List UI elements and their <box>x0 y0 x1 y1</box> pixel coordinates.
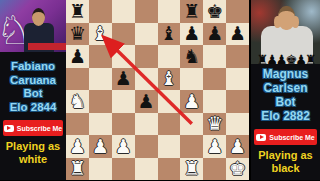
square-h2[interactable]: ♟ <box>226 135 249 158</box>
square-g7[interactable]: ♟ <box>203 23 226 46</box>
square-c8[interactable] <box>112 0 135 23</box>
piece-black-queen[interactable]: ♛ <box>69 24 86 43</box>
square-f1[interactable]: ♜ <box>180 158 203 181</box>
carlsen-right-hand <box>292 16 299 28</box>
square-d4[interactable]: ♟ <box>135 90 158 113</box>
piece-black-pawn[interactable]: ♟ <box>183 24 200 43</box>
square-d7[interactable] <box>135 23 158 46</box>
square-e1[interactable] <box>158 158 181 181</box>
white-name-line2: Caruana <box>0 74 66 88</box>
piece-black-pawn[interactable]: ♟ <box>115 69 132 88</box>
square-b5[interactable] <box>89 68 112 91</box>
square-h6[interactable] <box>226 45 249 68</box>
piece-black-knight[interactable]: ♞ <box>183 47 200 66</box>
square-a3[interactable] <box>66 113 89 136</box>
piece-white-pawn[interactable]: ♟ <box>69 137 86 156</box>
square-h4[interactable] <box>226 90 249 113</box>
piece-white-pawn[interactable]: ♟ <box>92 137 109 156</box>
white-player-name: Fabiano Caruana Bot Elo 2844 <box>0 60 66 114</box>
square-e3[interactable] <box>158 113 181 136</box>
piece-white-knight[interactable]: ♞ <box>69 92 86 111</box>
square-b4[interactable] <box>89 90 112 113</box>
black-player-panel: ♜♟♟♚♟♜ Magnus Carlsen Bot Elo 2882 Subsc… <box>249 0 320 180</box>
square-e5[interactable]: ♝ <box>158 68 181 91</box>
square-d2[interactable] <box>135 135 158 158</box>
piece-white-pawn[interactable]: ♟ <box>229 137 246 156</box>
piece-black-king[interactable]: ♚ <box>206 2 223 21</box>
square-c1[interactable] <box>112 158 135 181</box>
square-b3[interactable] <box>89 113 112 136</box>
carlsen-left-hand <box>274 16 281 28</box>
square-c5[interactable]: ♟ <box>112 68 135 91</box>
white-name-line1: Fabiano <box>0 60 66 74</box>
piece-white-bishop[interactable]: ♝ <box>92 24 109 43</box>
subscribe-label-left: Subscribe Me <box>17 125 63 132</box>
square-c2[interactable]: ♟ <box>112 135 135 158</box>
square-d5[interactable] <box>135 68 158 91</box>
square-c6[interactable] <box>112 45 135 68</box>
square-e8[interactable] <box>158 0 181 23</box>
black-name-line1: Magnus <box>251 67 320 81</box>
white-name-line3: Bot <box>0 87 66 101</box>
square-g4[interactable] <box>203 90 226 113</box>
square-b2[interactable]: ♟ <box>89 135 112 158</box>
square-e7[interactable]: ♝ <box>158 23 181 46</box>
square-d1[interactable] <box>135 158 158 181</box>
square-a8[interactable]: ♜ <box>66 0 89 23</box>
square-g2[interactable]: ♟ <box>203 135 226 158</box>
square-f8[interactable]: ♜ <box>180 0 203 23</box>
foreground-chess-pieces: ♜♟♟♚♟♜ <box>251 52 320 64</box>
square-f3[interactable] <box>180 113 203 136</box>
subscribe-label-right: Subscribe Me <box>269 134 315 141</box>
square-a7[interactable]: ♛ <box>66 23 89 46</box>
caruana-photo: ♘ <box>0 0 66 52</box>
square-b7[interactable]: ♝ <box>89 23 112 46</box>
square-b8[interactable] <box>89 0 112 23</box>
black-playing-as: Playing as black <box>251 149 320 175</box>
square-c3[interactable] <box>112 113 135 136</box>
black-name-line3: Bot <box>251 95 320 109</box>
subscribe-button-right[interactable]: Subscribe Me <box>254 129 317 145</box>
square-c7[interactable] <box>112 23 135 46</box>
piece-white-pawn[interactable]: ♟ <box>115 137 132 156</box>
piece-white-king[interactable]: ♚ <box>229 159 246 178</box>
square-h7[interactable]: ♟ <box>226 23 249 46</box>
square-f2[interactable] <box>180 135 203 158</box>
square-g6[interactable] <box>203 45 226 68</box>
chess-board-area: ♜♜♚♛♝♝♟♟♟♟♞♟♝♞♟♟♛♟♟♟♟♟♜♜♚ <box>66 0 249 180</box>
piece-white-bishop[interactable]: ♝ <box>160 69 177 88</box>
piece-black-pawn[interactable]: ♟ <box>69 47 86 66</box>
black-player-name: Magnus Carlsen Bot Elo 2882 <box>251 67 320 123</box>
chess-video-frame: ♘ Fabiano Caruana Bot Elo 2844 Subscribe… <box>0 0 320 180</box>
black-elo: Elo 2882 <box>251 109 320 123</box>
white-playing-as: Playing as white <box>0 140 66 166</box>
black-playing-as-line2: black <box>251 162 320 175</box>
piece-white-pawn[interactable]: ♟ <box>183 92 200 111</box>
piece-white-queen[interactable]: ♛ <box>206 114 223 133</box>
subscribe-button-left[interactable]: Subscribe Me <box>3 120 64 136</box>
carlsen-photo: ♜♟♟♚♟♜ <box>251 0 320 64</box>
square-f5[interactable] <box>180 68 203 91</box>
square-e2[interactable] <box>158 135 181 158</box>
square-a2[interactable]: ♟ <box>66 135 89 158</box>
square-c4[interactable] <box>112 90 135 113</box>
square-h1[interactable]: ♚ <box>226 158 249 181</box>
photo-red-banner <box>28 43 66 50</box>
piece-black-pawn[interactable]: ♟ <box>206 24 223 43</box>
youtube-play-icon <box>4 125 14 132</box>
square-h5[interactable] <box>226 68 249 91</box>
piece-white-rook[interactable]: ♜ <box>69 159 86 178</box>
caruana-face <box>32 8 45 26</box>
white-playing-as-line1: Playing as <box>0 140 66 153</box>
square-a4[interactable]: ♞ <box>66 90 89 113</box>
square-f6[interactable]: ♞ <box>180 45 203 68</box>
piece-white-pawn[interactable]: ♟ <box>206 137 223 156</box>
piece-black-rook[interactable]: ♜ <box>69 2 86 21</box>
white-player-panel: ♘ Fabiano Caruana Bot Elo 2844 Subscribe… <box>0 0 66 180</box>
square-e6[interactable] <box>158 45 181 68</box>
square-e4[interactable] <box>158 90 181 113</box>
piece-black-rook[interactable]: ♜ <box>183 2 200 21</box>
square-a1[interactable]: ♜ <box>66 158 89 181</box>
square-h3[interactable] <box>226 113 249 136</box>
square-d3[interactable] <box>135 113 158 136</box>
square-a5[interactable] <box>66 68 89 91</box>
square-g1[interactable] <box>203 158 226 181</box>
chess-board[interactable]: ♜♜♚♛♝♝♟♟♟♟♞♟♝♞♟♟♛♟♟♟♟♟♜♜♚ <box>66 0 249 180</box>
piece-black-pawn[interactable]: ♟ <box>229 24 246 43</box>
square-g3[interactable]: ♛ <box>203 113 226 136</box>
white-elo: Elo 2844 <box>0 101 66 115</box>
square-h8[interactable] <box>226 0 249 23</box>
piece-black-pawn[interactable]: ♟ <box>138 92 155 111</box>
square-g5[interactable] <box>203 68 226 91</box>
square-b1[interactable] <box>89 158 112 181</box>
black-name-line2: Carlsen <box>251 81 320 95</box>
youtube-play-icon <box>256 134 266 141</box>
black-playing-as-line1: Playing as <box>251 149 320 162</box>
square-d8[interactable] <box>135 0 158 23</box>
square-b6[interactable] <box>89 45 112 68</box>
piece-black-bishop[interactable]: ♝ <box>160 24 177 43</box>
square-d6[interactable] <box>135 45 158 68</box>
white-playing-as-line2: white <box>0 153 66 166</box>
square-f7[interactable]: ♟ <box>180 23 203 46</box>
piece-white-rook[interactable]: ♜ <box>183 159 200 178</box>
square-g8[interactable]: ♚ <box>203 0 226 23</box>
square-f4[interactable]: ♟ <box>180 90 203 113</box>
square-a6[interactable]: ♟ <box>66 45 89 68</box>
